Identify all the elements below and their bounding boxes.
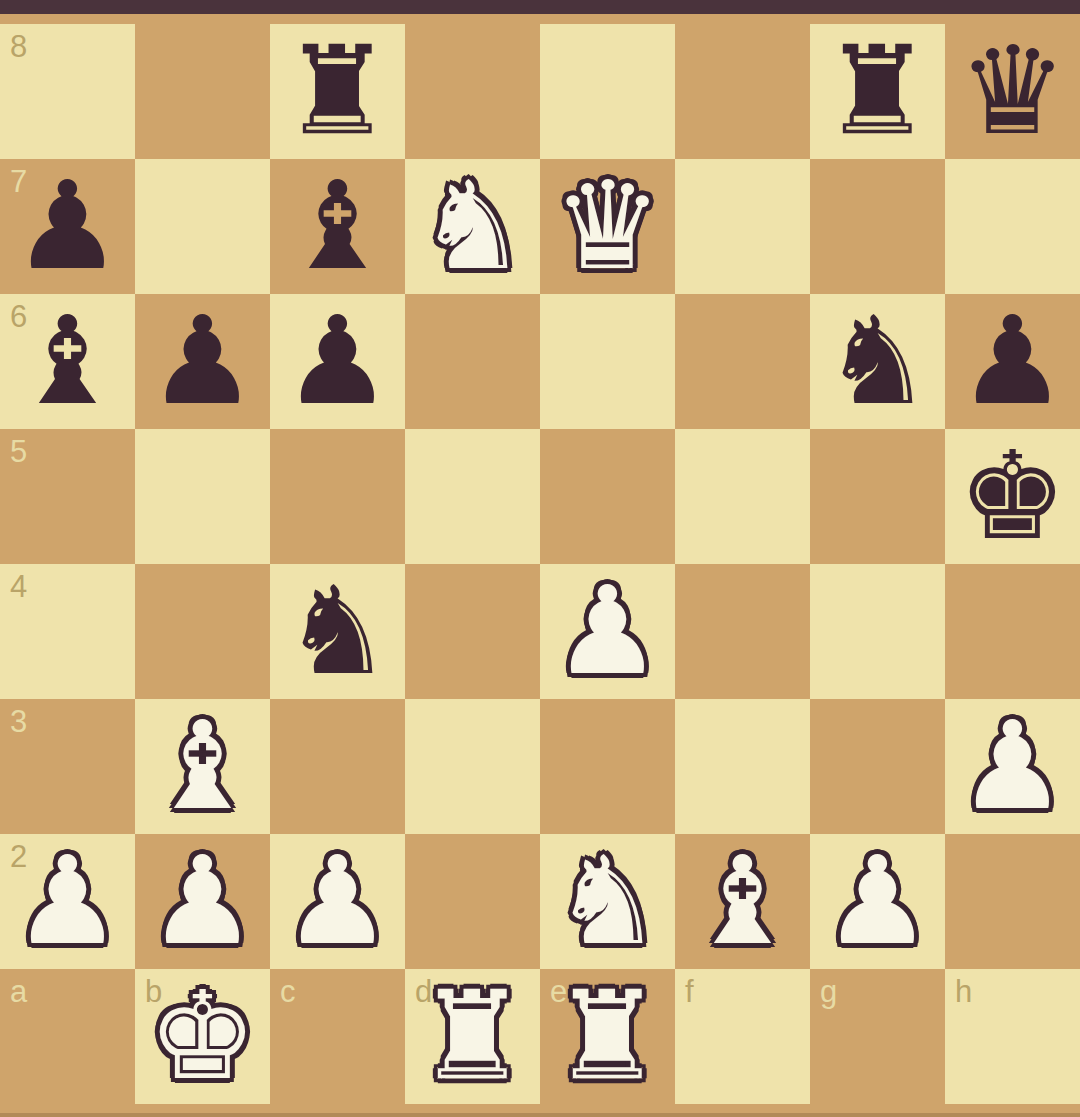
- square-f3[interactable]: [675, 699, 810, 834]
- square-a8[interactable]: 8: [0, 24, 135, 159]
- square-b8[interactable]: [135, 24, 270, 159]
- square-h3[interactable]: ♟: [945, 699, 1080, 834]
- square-b5[interactable]: [135, 429, 270, 564]
- square-a5[interactable]: 5: [0, 429, 135, 564]
- coordinate-label-a1: a: [10, 976, 27, 1007]
- square-d3[interactable]: [405, 699, 540, 834]
- piece-white-bishop-b3[interactable]: ♝: [148, 699, 257, 834]
- square-e5[interactable]: [540, 429, 675, 564]
- coordinate-label-g1: g: [820, 976, 837, 1007]
- square-c7[interactable]: ♝: [270, 159, 405, 294]
- piece-white-bishop-f2[interactable]: ♝: [688, 834, 797, 969]
- square-h5[interactable]: ♚: [945, 429, 1080, 564]
- square-a4[interactable]: 4: [0, 564, 135, 699]
- square-e7[interactable]: ♛: [540, 159, 675, 294]
- square-d2[interactable]: [405, 834, 540, 969]
- square-a1[interactable]: a: [0, 969, 135, 1104]
- piece-black-rook-c8[interactable]: ♜: [283, 24, 392, 159]
- square-b3[interactable]: ♝: [135, 699, 270, 834]
- square-b7[interactable]: [135, 159, 270, 294]
- coordinate-label-h1: h: [955, 976, 972, 1007]
- coordinate-label-a5: 5: [10, 436, 27, 467]
- square-e1[interactable]: e♜: [540, 969, 675, 1104]
- square-f4[interactable]: [675, 564, 810, 699]
- piece-white-rook-e1[interactable]: ♜: [553, 969, 662, 1104]
- square-d6[interactable]: [405, 294, 540, 429]
- square-f7[interactable]: [675, 159, 810, 294]
- coordinate-label-a8: 8: [10, 31, 27, 62]
- board-bottom-shadow: [0, 1113, 1080, 1117]
- piece-black-knight-c4[interactable]: ♞: [283, 564, 392, 699]
- piece-white-pawn-a2[interactable]: ♟: [13, 834, 122, 969]
- square-a3[interactable]: 3: [0, 699, 135, 834]
- piece-black-rook-g8[interactable]: ♜: [823, 24, 932, 159]
- coordinate-label-c1: c: [280, 976, 296, 1007]
- square-f6[interactable]: [675, 294, 810, 429]
- piece-white-pawn-c2[interactable]: ♟: [283, 834, 392, 969]
- square-d8[interactable]: [405, 24, 540, 159]
- piece-black-queen-h8[interactable]: ♛: [958, 24, 1067, 159]
- square-c3[interactable]: [270, 699, 405, 834]
- square-e6[interactable]: [540, 294, 675, 429]
- square-c8[interactable]: ♜: [270, 24, 405, 159]
- square-f1[interactable]: f: [675, 969, 810, 1104]
- square-a7[interactable]: 7♟: [0, 159, 135, 294]
- piece-black-pawn-c6[interactable]: ♟: [283, 294, 392, 429]
- square-c1[interactable]: c: [270, 969, 405, 1104]
- square-b1[interactable]: b♚: [135, 969, 270, 1104]
- square-g7[interactable]: [810, 159, 945, 294]
- piece-black-king-h5[interactable]: ♚: [958, 429, 1067, 564]
- square-g5[interactable]: [810, 429, 945, 564]
- square-d4[interactable]: [405, 564, 540, 699]
- square-c5[interactable]: [270, 429, 405, 564]
- chess-app-screen: 8♜♜♛7♟♝♞♛6♝♟♟♞♟5♚4♞♟3♝♟2♟♟♟♞♝♟ab♚cd♜e♜fg…: [0, 0, 1080, 1117]
- piece-white-queen-e7[interactable]: ♛: [553, 159, 662, 294]
- piece-white-knight-d7[interactable]: ♞: [418, 159, 527, 294]
- square-d1[interactable]: d♜: [405, 969, 540, 1104]
- piece-black-pawn-h6[interactable]: ♟: [958, 294, 1067, 429]
- square-f2[interactable]: ♝: [675, 834, 810, 969]
- square-h4[interactable]: [945, 564, 1080, 699]
- square-h2[interactable]: [945, 834, 1080, 969]
- square-h8[interactable]: ♛: [945, 24, 1080, 159]
- square-f8[interactable]: [675, 24, 810, 159]
- status-bar: [0, 0, 1080, 14]
- piece-black-pawn-a7[interactable]: ♟: [13, 159, 122, 294]
- square-g2[interactable]: ♟: [810, 834, 945, 969]
- square-g1[interactable]: g: [810, 969, 945, 1104]
- square-e3[interactable]: [540, 699, 675, 834]
- piece-white-pawn-b2[interactable]: ♟: [148, 834, 257, 969]
- square-h7[interactable]: [945, 159, 1080, 294]
- square-a2[interactable]: 2♟: [0, 834, 135, 969]
- square-a6[interactable]: 6♝: [0, 294, 135, 429]
- square-g6[interactable]: ♞: [810, 294, 945, 429]
- square-b4[interactable]: [135, 564, 270, 699]
- square-h6[interactable]: ♟: [945, 294, 1080, 429]
- square-g3[interactable]: [810, 699, 945, 834]
- piece-white-knight-e2[interactable]: ♞: [553, 834, 662, 969]
- square-e8[interactable]: [540, 24, 675, 159]
- chess-board[interactable]: 8♜♜♛7♟♝♞♛6♝♟♟♞♟5♚4♞♟3♝♟2♟♟♟♞♝♟ab♚cd♜e♜fg…: [0, 24, 1080, 1104]
- square-b2[interactable]: ♟: [135, 834, 270, 969]
- piece-black-bishop-a6[interactable]: ♝: [13, 294, 122, 429]
- square-f5[interactable]: [675, 429, 810, 564]
- piece-black-bishop-c7[interactable]: ♝: [283, 159, 392, 294]
- piece-white-pawn-e4[interactable]: ♟: [553, 564, 662, 699]
- piece-white-king-b1[interactable]: ♚: [148, 969, 257, 1104]
- square-c6[interactable]: ♟: [270, 294, 405, 429]
- square-c4[interactable]: ♞: [270, 564, 405, 699]
- square-g8[interactable]: ♜: [810, 24, 945, 159]
- coordinate-label-f1: f: [685, 976, 694, 1007]
- square-d7[interactable]: ♞: [405, 159, 540, 294]
- coordinate-label-a4: 4: [10, 571, 27, 602]
- coordinate-label-a3: 3: [10, 706, 27, 737]
- square-g4[interactable]: [810, 564, 945, 699]
- piece-white-rook-d1[interactable]: ♜: [418, 969, 527, 1104]
- square-e4[interactable]: ♟: [540, 564, 675, 699]
- square-h1[interactable]: h: [945, 969, 1080, 1104]
- piece-black-pawn-b6[interactable]: ♟: [148, 294, 257, 429]
- square-c2[interactable]: ♟: [270, 834, 405, 969]
- piece-white-pawn-g2[interactable]: ♟: [823, 834, 932, 969]
- square-e2[interactable]: ♞: [540, 834, 675, 969]
- square-d5[interactable]: [405, 429, 540, 564]
- piece-white-pawn-h3[interactable]: ♟: [958, 699, 1067, 834]
- piece-black-knight-g6[interactable]: ♞: [823, 294, 932, 429]
- square-b6[interactable]: ♟: [135, 294, 270, 429]
